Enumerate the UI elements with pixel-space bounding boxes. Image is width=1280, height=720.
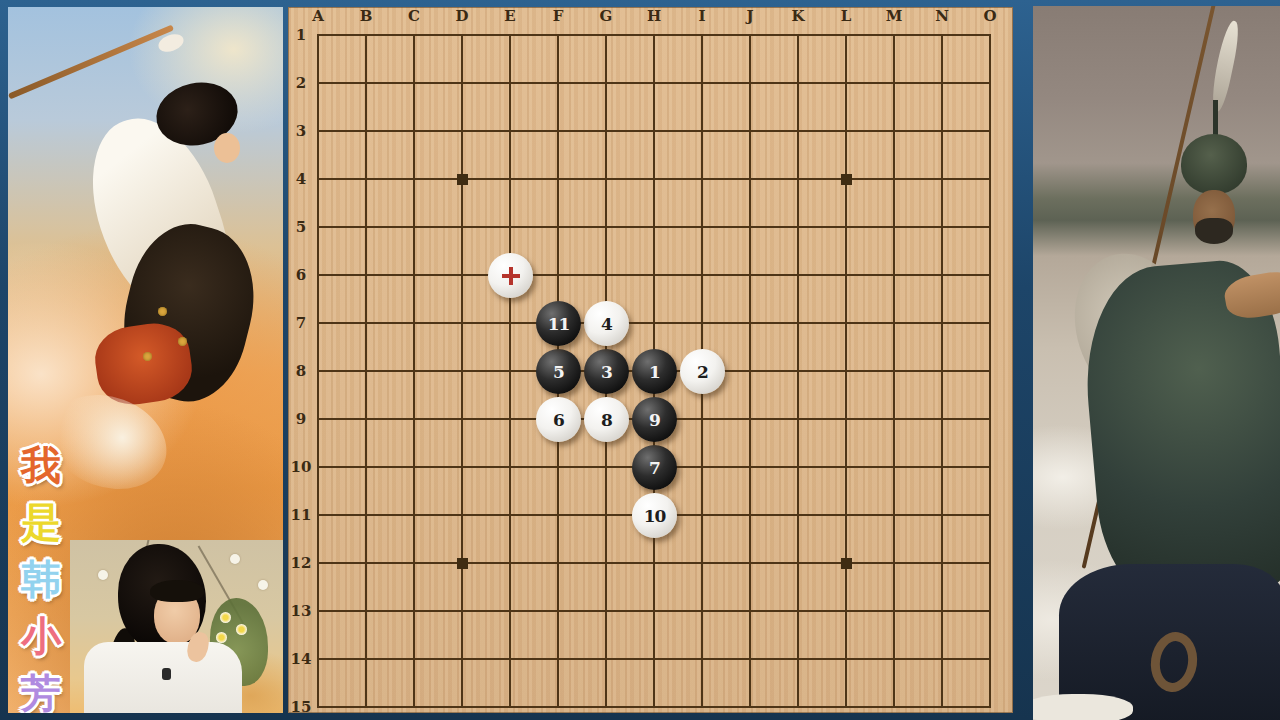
col-label-D: D <box>438 7 486 25</box>
helmet-shape <box>1181 134 1247 194</box>
stone-black-move-1-H8[interactable]: 1 <box>632 349 677 394</box>
helmet-spike-shape <box>1213 100 1218 138</box>
col-label-I: I <box>678 7 726 25</box>
daffodil-flower <box>216 632 227 643</box>
stone-black-move-5-F8[interactable]: 5 <box>536 349 581 394</box>
row-label-10: 10 <box>289 458 313 476</box>
col-label-O: O <box>966 7 1014 25</box>
col-label-B: B <box>342 7 390 25</box>
row-label-15: 15 <box>289 698 313 716</box>
stone-white-move-12-E6[interactable] <box>488 253 533 298</box>
col-label-E: E <box>486 7 534 25</box>
row-label-12: 12 <box>289 554 313 572</box>
star-point-D12 <box>457 558 468 569</box>
row-label-4: 4 <box>289 170 313 188</box>
caption-char-2: 是 <box>18 496 64 553</box>
daffodil-flower <box>220 612 231 623</box>
daffodil-flower <box>236 624 247 635</box>
row-label-2: 2 <box>289 74 313 92</box>
stone-white-move-10-H11[interactable]: 10 <box>632 493 677 538</box>
stone-white-move-6-F9[interactable]: 6 <box>536 397 581 442</box>
col-label-A: A <box>294 7 342 25</box>
move-number: 7 <box>649 457 660 478</box>
stone-white-move-4-G7[interactable]: 4 <box>584 301 629 346</box>
col-label-M: M <box>870 7 918 25</box>
row-label-14: 14 <box>289 650 313 668</box>
move-number: 8 <box>601 409 612 430</box>
col-label-J: J <box>726 7 774 25</box>
weapon-pole-shape <box>8 24 174 99</box>
host-bangs-shape <box>150 580 204 602</box>
blossom-flower <box>98 570 108 580</box>
gold-tack-dot <box>143 352 152 361</box>
blossom-flower <box>230 554 240 564</box>
star-point-L12 <box>841 558 852 569</box>
caption-char-3: 韩 <box>18 553 64 610</box>
col-label-H: H <box>630 7 678 25</box>
col-label-F: F <box>534 7 582 25</box>
stone-black-move-3-G8[interactable]: 3 <box>584 349 629 394</box>
helmet-feather-shape <box>1208 19 1243 112</box>
stone-black-move-7-H10[interactable]: 7 <box>632 445 677 490</box>
right-artwork-armored-general <box>1033 6 1280 720</box>
col-label-G: G <box>582 7 630 25</box>
col-label-K: K <box>774 7 822 25</box>
move-number: 9 <box>649 409 660 430</box>
row-label-9: 9 <box>289 410 313 428</box>
star-point-L4 <box>841 174 852 185</box>
row-label-13: 13 <box>289 602 313 620</box>
col-label-L: L <box>822 7 870 25</box>
col-label-C: C <box>390 7 438 25</box>
gold-tack-dot <box>158 307 167 316</box>
stone-black-move-9-H9[interactable]: 9 <box>632 397 677 442</box>
move-number: 6 <box>553 409 564 430</box>
row-label-11: 11 <box>289 506 313 524</box>
gomoku-board[interactable]: ABCDEFGHIJKLMNO1234567891011121314151234… <box>288 7 1013 713</box>
host-webcam-photo <box>70 540 283 713</box>
rider-face-shape <box>214 133 240 163</box>
move-number: 5 <box>553 361 564 382</box>
move-number: 4 <box>601 313 612 334</box>
star-point-D4 <box>457 174 468 185</box>
blossom-flower <box>258 580 268 590</box>
channel-caption-vertical: 我是韩小芳 <box>18 439 64 713</box>
move-number: 3 <box>601 361 612 382</box>
move-number: 1 <box>649 361 660 382</box>
last-move-cross-marker <box>500 265 522 287</box>
snow-shape <box>1033 694 1133 720</box>
move-number: 2 <box>697 361 708 382</box>
row-label-5: 5 <box>289 218 313 236</box>
row-label-1: 1 <box>289 26 313 44</box>
gold-tack-dot <box>178 337 187 346</box>
caption-char-1: 我 <box>18 439 64 496</box>
stone-white-move-2-I8[interactable]: 2 <box>680 349 725 394</box>
caption-char-5: 芳 <box>18 667 64 713</box>
stone-black-move-11-F7[interactable]: 11 <box>536 301 581 346</box>
move-number: 10 <box>644 505 666 526</box>
left-artwork-woman-rider: 我是韩小芳 <box>8 7 283 713</box>
row-label-3: 3 <box>289 122 313 140</box>
caption-char-4: 小 <box>18 610 64 667</box>
lavalier-mic-shape <box>162 668 171 680</box>
warrior-beard-shape <box>1195 218 1233 244</box>
video-frame: { "game": "Gomoku (five-in-a-row) on a 1… <box>0 0 1280 720</box>
stone-white-move-8-G9[interactable]: 8 <box>584 397 629 442</box>
row-label-6: 6 <box>289 266 313 284</box>
row-label-7: 7 <box>289 314 313 332</box>
move-number: 11 <box>548 313 570 334</box>
col-label-N: N <box>918 7 966 25</box>
row-label-8: 8 <box>289 362 313 380</box>
